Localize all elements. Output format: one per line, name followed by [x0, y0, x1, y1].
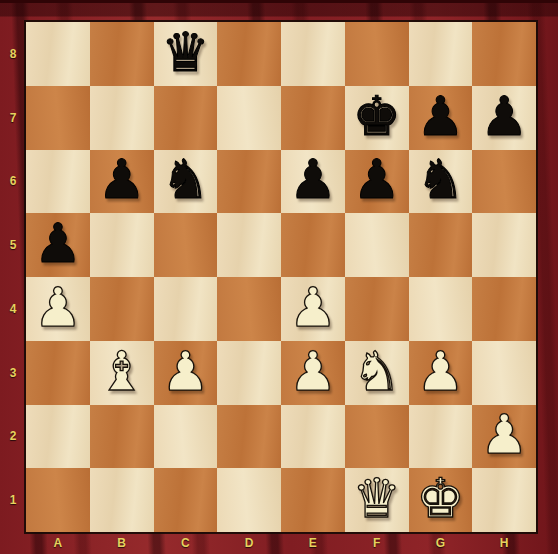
- white-pawn-c3[interactable]: ♟: [161, 345, 209, 399]
- square-d6[interactable]: [217, 150, 281, 214]
- square-a8[interactable]: [26, 22, 90, 86]
- black-king-f7[interactable]: ♚: [352, 90, 400, 144]
- black-pawn-e6[interactable]: ♟: [289, 153, 337, 207]
- file-label-c: C: [154, 532, 218, 554]
- square-d4[interactable]: [217, 277, 281, 341]
- white-pawn-e4[interactable]: ♟: [289, 281, 337, 335]
- square-a2[interactable]: [26, 405, 90, 469]
- square-e1[interactable]: [281, 468, 345, 532]
- square-c4[interactable]: [154, 277, 218, 341]
- white-king-g1[interactable]: ♚: [416, 472, 464, 526]
- square-h1[interactable]: [472, 468, 536, 532]
- square-c1[interactable]: [154, 468, 218, 532]
- white-bishop-b3[interactable]: ♝: [97, 345, 145, 399]
- file-label-b: B: [90, 532, 154, 554]
- file-label-f: F: [345, 532, 409, 554]
- square-e3[interactable]: ♟: [281, 341, 345, 405]
- square-f4[interactable]: [345, 277, 409, 341]
- square-g8[interactable]: [409, 22, 473, 86]
- square-c6[interactable]: ♞: [154, 150, 218, 214]
- file-label-h: H: [472, 532, 536, 554]
- square-h4[interactable]: [472, 277, 536, 341]
- square-b8[interactable]: [90, 22, 154, 86]
- square-d3[interactable]: [217, 341, 281, 405]
- square-c8[interactable]: ♛: [154, 22, 218, 86]
- square-d1[interactable]: [217, 468, 281, 532]
- white-queen-f1[interactable]: ♛: [352, 472, 400, 526]
- square-h6[interactable]: [472, 150, 536, 214]
- black-pawn-h7[interactable]: ♟: [480, 90, 528, 144]
- white-pawn-a4[interactable]: ♟: [34, 281, 82, 335]
- square-h2[interactable]: ♟: [472, 405, 536, 469]
- square-b2[interactable]: [90, 405, 154, 469]
- square-e4[interactable]: ♟: [281, 277, 345, 341]
- square-h5[interactable]: [472, 213, 536, 277]
- square-h7[interactable]: ♟: [472, 86, 536, 150]
- square-a1[interactable]: [26, 468, 90, 532]
- square-d5[interactable]: [217, 213, 281, 277]
- square-b4[interactable]: [90, 277, 154, 341]
- square-g7[interactable]: ♟: [409, 86, 473, 150]
- square-d2[interactable]: [217, 405, 281, 469]
- white-pawn-h2[interactable]: ♟: [480, 408, 528, 462]
- square-f5[interactable]: [345, 213, 409, 277]
- rank-labels: 87654321: [0, 22, 26, 532]
- square-f8[interactable]: [345, 22, 409, 86]
- square-d7[interactable]: [217, 86, 281, 150]
- rank-label-6: 6: [0, 150, 26, 214]
- file-label-d: D: [217, 532, 281, 554]
- square-g4[interactable]: [409, 277, 473, 341]
- square-c2[interactable]: [154, 405, 218, 469]
- black-pawn-f6[interactable]: ♟: [352, 153, 400, 207]
- square-b7[interactable]: [90, 86, 154, 150]
- square-a6[interactable]: [26, 150, 90, 214]
- square-b1[interactable]: [90, 468, 154, 532]
- rank-label-3: 3: [0, 341, 26, 405]
- square-c3[interactable]: ♟: [154, 341, 218, 405]
- square-b5[interactable]: [90, 213, 154, 277]
- square-e6[interactable]: ♟: [281, 150, 345, 214]
- square-e5[interactable]: [281, 213, 345, 277]
- square-g5[interactable]: [409, 213, 473, 277]
- square-g6[interactable]: ♞: [409, 150, 473, 214]
- white-knight-f3[interactable]: ♞: [352, 345, 400, 399]
- square-h8[interactable]: [472, 22, 536, 86]
- file-labels: ABCDEFGH: [26, 532, 536, 554]
- square-a3[interactable]: [26, 341, 90, 405]
- square-c7[interactable]: [154, 86, 218, 150]
- rank-label-7: 7: [0, 86, 26, 150]
- file-label-a: A: [26, 532, 90, 554]
- square-h3[interactable]: [472, 341, 536, 405]
- square-g3[interactable]: ♟: [409, 341, 473, 405]
- square-g2[interactable]: [409, 405, 473, 469]
- file-label-e: E: [281, 532, 345, 554]
- rank-label-1: 1: [0, 468, 26, 532]
- black-pawn-a5[interactable]: ♟: [34, 217, 82, 271]
- square-a7[interactable]: [26, 86, 90, 150]
- white-pawn-e3[interactable]: ♟: [289, 345, 337, 399]
- rank-label-5: 5: [0, 213, 26, 277]
- black-pawn-g7[interactable]: ♟: [416, 90, 464, 144]
- rank-label-4: 4: [0, 277, 26, 341]
- square-f7[interactable]: ♚: [345, 86, 409, 150]
- square-f1[interactable]: ♛: [345, 468, 409, 532]
- square-a5[interactable]: ♟: [26, 213, 90, 277]
- square-e7[interactable]: [281, 86, 345, 150]
- square-b6[interactable]: ♟: [90, 150, 154, 214]
- square-f3[interactable]: ♞: [345, 341, 409, 405]
- chess-board: ♛♚♟♟♟♞♟♟♞♟♟♟♝♟♟♞♟♟♛♚: [26, 22, 536, 532]
- black-knight-g6[interactable]: ♞: [416, 153, 464, 207]
- rank-label-8: 8: [0, 22, 26, 86]
- rank-label-2: 2: [0, 405, 26, 469]
- square-e8[interactable]: [281, 22, 345, 86]
- square-a4[interactable]: ♟: [26, 277, 90, 341]
- black-queen-c8[interactable]: ♛: [161, 26, 209, 80]
- square-g1[interactable]: ♚: [409, 468, 473, 532]
- file-label-g: G: [409, 532, 473, 554]
- square-f2[interactable]: [345, 405, 409, 469]
- white-pawn-g3[interactable]: ♟: [416, 345, 464, 399]
- square-f6[interactable]: ♟: [345, 150, 409, 214]
- square-d8[interactable]: [217, 22, 281, 86]
- square-c5[interactable]: [154, 213, 218, 277]
- square-b3[interactable]: ♝: [90, 341, 154, 405]
- black-pawn-b6[interactable]: ♟: [97, 153, 145, 207]
- board-frame: 87654321 ABCDEFGH ♛♚♟♟♟♞♟♟♞♟♟♟♝♟♟♞♟♟♛♚: [0, 0, 558, 554]
- square-e2[interactable]: [281, 405, 345, 469]
- black-knight-c6[interactable]: ♞: [161, 153, 209, 207]
